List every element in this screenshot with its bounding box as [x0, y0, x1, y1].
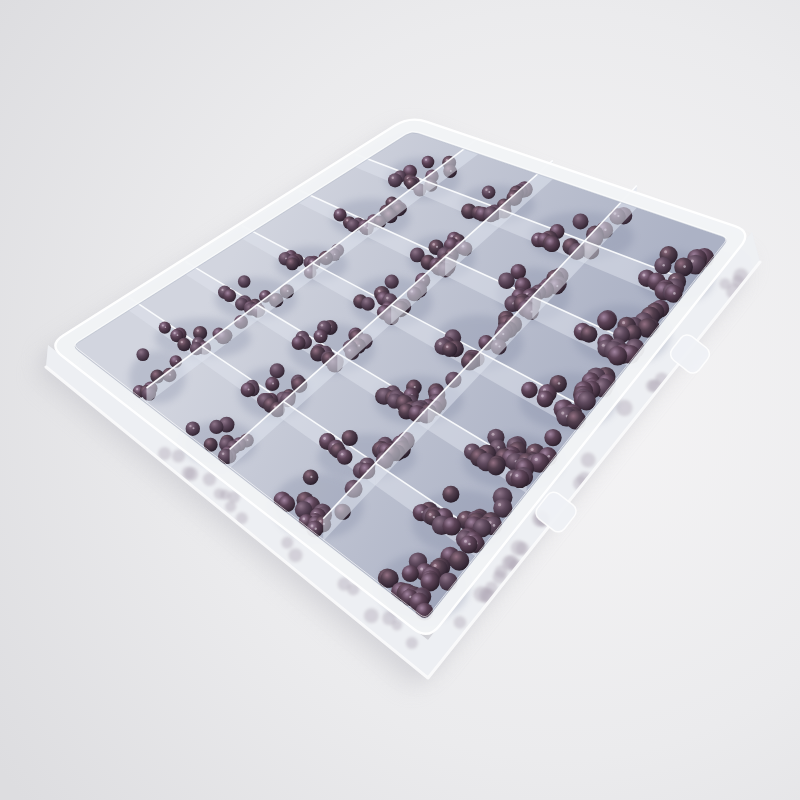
- bead: [573, 213, 589, 229]
- bead: [597, 311, 616, 330]
- bead: [385, 275, 399, 289]
- bead: [361, 297, 375, 311]
- bead: [443, 517, 462, 536]
- bead: [270, 363, 285, 378]
- bead: [422, 156, 435, 169]
- bead: [442, 342, 457, 357]
- bead: [286, 257, 299, 270]
- bead: [608, 346, 627, 365]
- bead: [223, 289, 236, 302]
- bead: [544, 236, 560, 252]
- bead: [388, 173, 402, 187]
- bead: [402, 565, 419, 582]
- bead: [337, 449, 353, 465]
- bead: [209, 420, 223, 434]
- bead: [292, 336, 306, 350]
- bead: [177, 338, 191, 352]
- organizer-box-photo: [0, 0, 800, 800]
- bead: [544, 429, 561, 446]
- bead: [487, 457, 505, 475]
- bead: [342, 430, 358, 446]
- bead: [238, 275, 251, 288]
- bead: [521, 382, 538, 399]
- bead: [537, 391, 554, 408]
- bead: [581, 326, 598, 343]
- bead: [498, 272, 515, 289]
- photo-stage: [0, 0, 800, 800]
- bead: [511, 470, 530, 489]
- bead: [442, 486, 459, 503]
- bead: [136, 348, 149, 361]
